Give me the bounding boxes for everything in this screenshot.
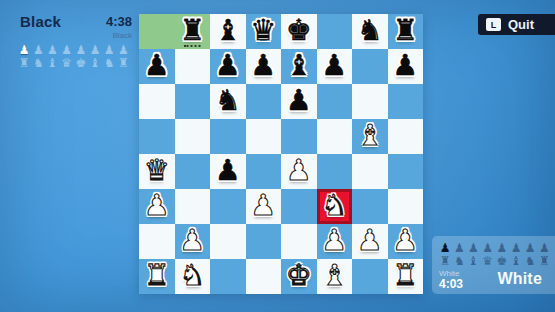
square-g5[interactable]: ♝ [352,119,388,154]
tray-knight: ♞ [523,255,537,268]
square-d4[interactable] [246,154,282,189]
square-f5[interactable] [317,119,353,154]
piece-black-pawn: ♟ [215,156,241,185]
square-g1[interactable] [352,259,388,294]
square-b6[interactable] [175,84,211,119]
piece-white-king: ♚ [286,261,312,290]
tray-knight: ♞ [31,57,45,70]
piece-white-knight: ♞ [179,261,205,290]
quit-button-label: Quit [508,17,534,32]
piece-white-pawn: ♟ [179,226,205,255]
piece-black-bishop: ♝ [286,51,312,80]
black-clock: 4:38 Black [106,14,132,40]
square-c3[interactable] [210,189,246,224]
tray-king: ♚ [495,255,509,268]
white-time: 4:03 [439,277,463,291]
square-f2[interactable]: ♟ [317,224,353,259]
piece-black-king: ♚ [286,16,312,45]
square-h1[interactable]: ♜ [388,259,424,294]
piece-white-pawn: ♟ [321,226,347,255]
piece-white-pawn: ♟ [144,191,170,220]
piece-black-pawn: ♟ [392,51,418,80]
square-c2[interactable] [210,224,246,259]
tray-king: ♚ [74,57,88,70]
l-key-icon: L [486,18,501,31]
square-d2[interactable] [246,224,282,259]
white-player-name: White [497,270,542,288]
square-c7[interactable]: ♟ [210,49,246,84]
square-g4[interactable] [352,154,388,189]
square-h4[interactable] [388,154,424,189]
piece-white-pawn: ♟ [286,156,312,185]
square-b7[interactable] [175,49,211,84]
square-d8[interactable]: ♛ [246,14,282,49]
square-c8[interactable]: ♝ [210,14,246,49]
tray-rook: ♜ [438,255,452,268]
square-c4[interactable]: ♟ [210,154,246,189]
piece-black-knight: ♞ [215,86,241,115]
square-g2[interactable]: ♟ [352,224,388,259]
tray-queen: ♛ [60,57,74,70]
square-f8[interactable] [317,14,353,49]
square-h8[interactable]: ♜ [388,14,424,49]
square-e6[interactable]: ♟ [281,84,317,119]
square-e2[interactable] [281,224,317,259]
square-h6[interactable] [388,84,424,119]
black-captures-tray: ♟♟♟♟♟♟♟♟♜♞♝♛♚♝♞♜ [17,44,131,70]
piece-black-pawn: ♟ [286,86,312,115]
square-d6[interactable] [246,84,282,119]
piece-black-pawn: ♟ [250,51,276,80]
tray-rook: ♜ [116,57,130,70]
square-a1[interactable]: ♜ [139,259,175,294]
piece-white-rook: ♜ [144,261,170,290]
square-g8[interactable]: ♞ [352,14,388,49]
square-a2[interactable] [139,224,175,259]
square-g7[interactable] [352,49,388,84]
piece-white-knight: ♞ [321,191,347,220]
square-c6[interactable]: ♞ [210,84,246,119]
square-b3[interactable] [175,189,211,224]
square-h7[interactable]: ♟ [388,49,424,84]
piece-white-rook: ♜ [392,261,418,290]
game-screen: Black 4:38 Black ♟♟♟♟♟♟♟♟♜♞♝♛♚♝♞♜ ♜♝♛♚♞♜… [0,0,555,312]
tray-bishop: ♝ [509,255,523,268]
square-c5[interactable] [210,119,246,154]
piece-white-queen: ♛ [144,156,170,185]
tray-knight: ♞ [102,57,116,70]
black-time: 4:38 [106,14,132,29]
piece-black-pawn: ♟ [215,51,241,80]
square-e8[interactable]: ♚ [281,14,317,49]
quit-button[interactable]: L Quit [478,14,555,35]
square-a6[interactable] [139,84,175,119]
tray-rook: ♜ [537,255,551,268]
piece-white-pawn: ♟ [250,191,276,220]
last-move-dots [184,44,201,47]
black-clock-label: Black [106,31,132,40]
white-captures-tray: ♟♟♟♟♟♟♟♟♜♞♝♛♚♝♞♜ [438,242,552,268]
square-f4[interactable] [317,154,353,189]
square-f3[interactable]: ♞ [317,189,353,224]
square-h5[interactable] [388,119,424,154]
chess-board: ♜♝♛♚♞♜♟♟♟♝♟♟♞♟♝♛♟♟♟♟♞♟♟♟♟♜♞♚♝♜ [139,14,423,294]
tray-queen: ♛ [481,255,495,268]
square-f7[interactable]: ♟ [317,49,353,84]
piece-white-bishop: ♝ [357,121,383,150]
piece-black-rook: ♜ [179,16,205,45]
piece-black-rook: ♜ [392,16,418,45]
square-d5[interactable] [246,119,282,154]
square-b2[interactable]: ♟ [175,224,211,259]
square-e4[interactable]: ♟ [281,154,317,189]
black-tray-piece-row: ♜♞♝♛♚♝♞♜ [17,57,131,70]
square-a3[interactable]: ♟ [139,189,175,224]
piece-black-pawn: ♟ [144,51,170,80]
square-d1[interactable] [246,259,282,294]
square-b5[interactable] [175,119,211,154]
square-e3[interactable] [281,189,317,224]
square-e7[interactable]: ♝ [281,49,317,84]
tray-bishop: ♝ [88,57,102,70]
white-player-panel: ♟♟♟♟♟♟♟♟♜♞♝♛♚♝♞♜ White 4:03 White [432,236,555,294]
square-g3[interactable] [352,189,388,224]
white-tray-piece-row: ♜♞♝♛♚♝♞♜ [438,255,552,268]
black-player-block: Black 4:38 Black [20,13,132,30]
square-a4[interactable]: ♛ [139,154,175,189]
square-h2[interactable]: ♟ [388,224,424,259]
piece-black-knight: ♞ [357,16,383,45]
square-d7[interactable]: ♟ [246,49,282,84]
tray-knight: ♞ [452,255,466,268]
square-h3[interactable] [388,189,424,224]
piece-black-pawn: ♟ [321,51,347,80]
piece-white-pawn: ♟ [392,226,418,255]
square-a5[interactable] [139,119,175,154]
square-c1[interactable] [210,259,246,294]
piece-black-bishop: ♝ [215,16,241,45]
piece-white-bishop: ♝ [321,261,347,290]
square-f1[interactable]: ♝ [317,259,353,294]
piece-white-pawn: ♟ [357,226,383,255]
square-f6[interactable] [317,84,353,119]
square-a7[interactable]: ♟ [139,49,175,84]
tray-bishop: ♝ [45,57,59,70]
tray-rook: ♜ [17,57,31,70]
square-b4[interactable] [175,154,211,189]
square-a8[interactable] [139,14,175,49]
square-g6[interactable] [352,84,388,119]
square-b1[interactable]: ♞ [175,259,211,294]
square-b8[interactable]: ♜ [175,14,211,49]
square-e1[interactable]: ♚ [281,259,317,294]
piece-black-queen: ♛ [250,16,276,45]
square-d3[interactable]: ♟ [246,189,282,224]
square-e5[interactable] [281,119,317,154]
tray-bishop: ♝ [466,255,480,268]
